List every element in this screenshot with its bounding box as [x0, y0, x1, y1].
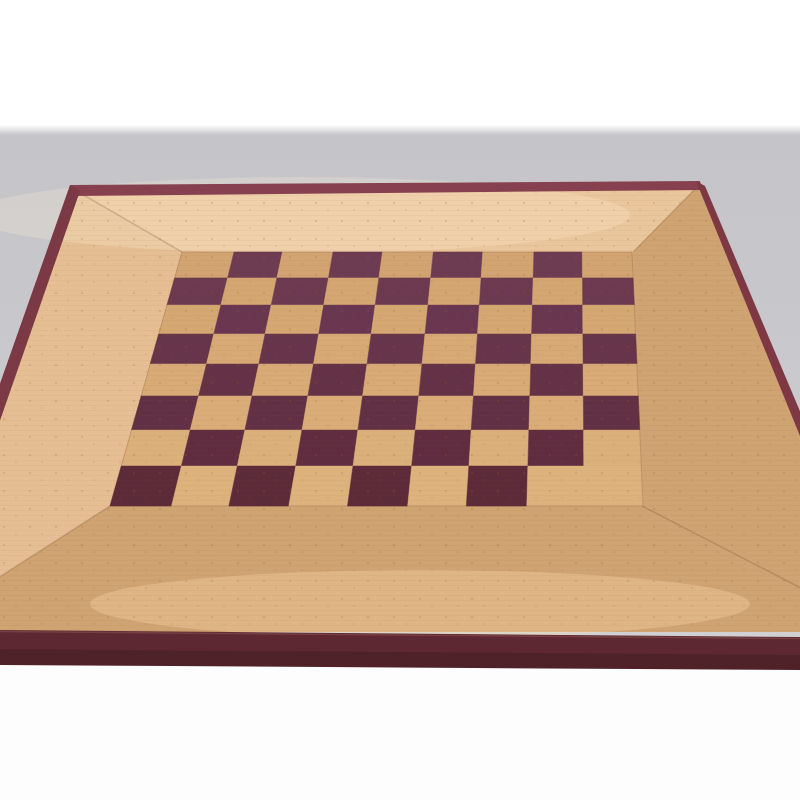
chess-board — [0, 0, 800, 800]
board-photo — [0, 0, 800, 800]
board-side — [0, 186, 800, 670]
wood-grain-texture — [0, 186, 800, 632]
